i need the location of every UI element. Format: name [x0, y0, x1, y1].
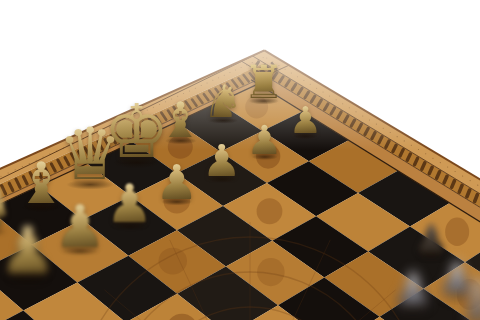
light-wash [0, 40, 480, 155]
map-mottle [445, 218, 469, 246]
chess-set-photo-scene: ♜♞♟♝♟♚♟♛♟♝♟♞♟♟♟♟♟♝ [0, 0, 480, 320]
chessboard [0, 0, 480, 320]
map-mottle [257, 198, 283, 224]
map-mottle [159, 248, 187, 275]
map-mottle [163, 189, 190, 214]
